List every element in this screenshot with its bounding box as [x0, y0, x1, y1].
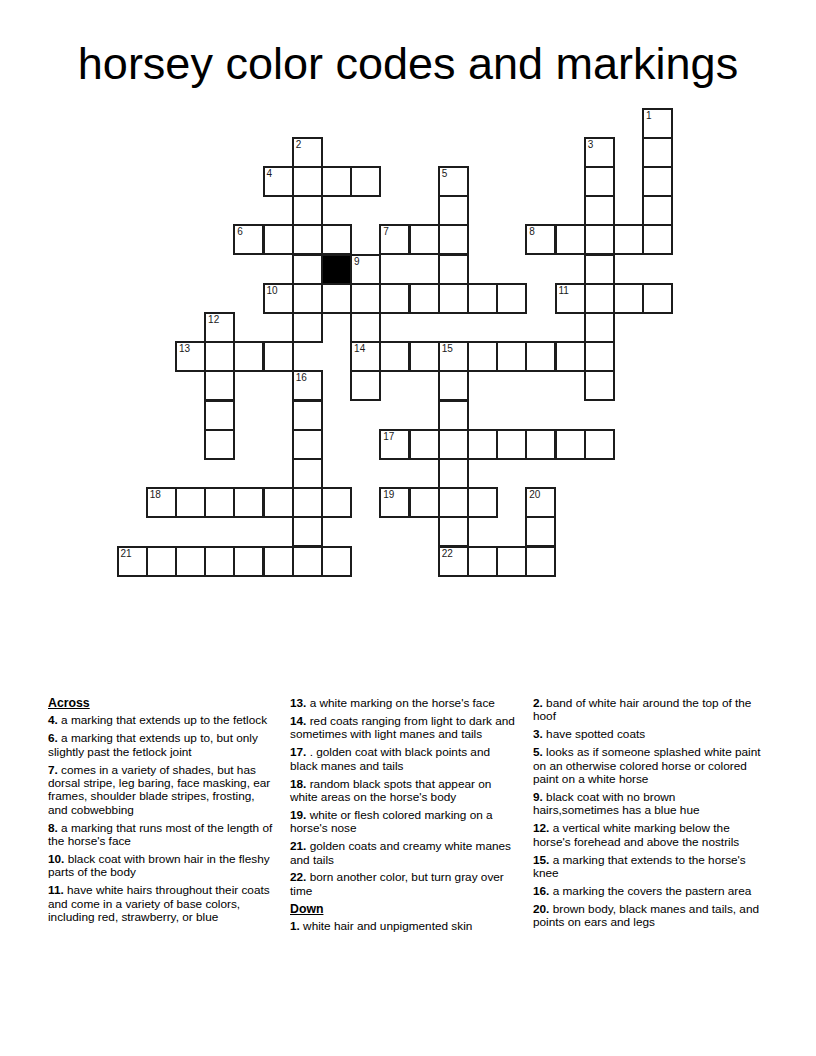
grid-cell-r5c16[interactable] [584, 254, 615, 285]
grid-cell-r15c0[interactable]: 21 [117, 546, 148, 577]
grid-cell-r4c15[interactable] [555, 224, 586, 255]
grid-cell-r6c15[interactable]: 11 [555, 283, 586, 314]
grid-cell-r1c6[interactable]: 2 [292, 137, 323, 168]
across-clue-21: 21. golden coats and creamy white manes … [290, 840, 518, 867]
grid-cell-r4c9[interactable]: 7 [379, 224, 410, 255]
grid-cell-r15c4[interactable] [233, 546, 264, 577]
clue-number-2: 2 [296, 139, 302, 150]
clue-number-6: 6 [237, 226, 243, 237]
grid-cell-r3c18[interactable] [642, 195, 673, 226]
clue-number-15: 15 [442, 343, 453, 354]
grid-cell-r15c6[interactable] [292, 546, 323, 577]
grid-cell-r4c11[interactable] [438, 224, 469, 255]
clue-number-9: 9 [354, 256, 360, 267]
grid-cell-r13c10[interactable] [409, 487, 440, 518]
grid-cell-r8c15[interactable] [555, 341, 586, 372]
grid-cell-r13c5[interactable] [263, 487, 294, 518]
grid-cell-r8c12[interactable] [467, 341, 498, 372]
clue-number-7: 7 [383, 226, 389, 237]
grid-cell-r6c16[interactable] [584, 283, 615, 314]
grid-cell-r15c5[interactable] [263, 546, 294, 577]
grid-cell-r13c2[interactable] [175, 487, 206, 518]
grid-cell-r4c5[interactable] [263, 224, 294, 255]
grid-cell-r7c3[interactable]: 12 [204, 312, 235, 343]
grid-cell-r3c16[interactable] [584, 195, 615, 226]
grid-cell-r15c7[interactable] [321, 546, 352, 577]
grid-cell-r13c11[interactable] [438, 487, 469, 518]
grid-cell-r6c17[interactable] [613, 283, 644, 314]
grid-cell-r11c11[interactable] [438, 429, 469, 460]
across-clue-10: 10. black coat with brown hair in the fl… [48, 853, 276, 880]
grid-cell-r13c6[interactable] [292, 487, 323, 518]
clue-number-14: 14 [354, 343, 365, 354]
grid-cell-r13c7[interactable] [321, 487, 352, 518]
grid-cell-r4c4[interactable]: 6 [233, 224, 264, 255]
across-clue-19: 19. white or flesh colored marking on a … [290, 809, 518, 836]
grid-cell-r0c18[interactable]: 1 [642, 108, 673, 139]
grid-cell-r11c14[interactable] [525, 429, 556, 460]
grid-cell-r11c6[interactable] [292, 429, 323, 460]
clue-number-1: 1 [646, 110, 652, 121]
grid-cell-r8c10[interactable] [409, 341, 440, 372]
grid-cell-r2c8[interactable] [350, 166, 381, 197]
grid-cell-r9c16[interactable] [584, 370, 615, 401]
grid-cell-r9c6[interactable]: 16 [292, 370, 323, 401]
grid-cell-r6c13[interactable] [496, 283, 527, 314]
grid-cell-r15c13[interactable] [496, 546, 527, 577]
grid-cell-r8c14[interactable] [525, 341, 556, 372]
grid-cell-r4c7[interactable] [321, 224, 352, 255]
clue-number-8: 8 [529, 226, 535, 237]
grid-cell-r15c14[interactable] [525, 546, 556, 577]
across-clue-11: 11. have white hairs throughout their co… [48, 884, 276, 924]
grid-cell-r8c8[interactable]: 14 [350, 341, 381, 372]
grid-cell-r4c14[interactable]: 8 [525, 224, 556, 255]
clue-number-19: 19 [383, 489, 394, 500]
grid-cell-r2c7[interactable] [321, 166, 352, 197]
across-header: Across [48, 697, 276, 710]
grid-cell-r11c16[interactable] [584, 429, 615, 460]
across-clue-6: 6. a marking that extends up to, but onl… [48, 732, 276, 759]
grid-cell-r10c6[interactable] [292, 400, 323, 431]
down-clue-3: 3. have spotted coats [533, 728, 761, 741]
across-clue-18: 18. random black spots that appear on wh… [290, 778, 518, 805]
grid-cell-r8c11[interactable]: 15 [438, 341, 469, 372]
across-clue-17: 17. . golden coat with black points and … [290, 746, 518, 773]
grid-cell-r15c2[interactable] [175, 546, 206, 577]
across-clue-22: 22. born another color, but turn gray ov… [290, 871, 518, 898]
across-clue-7: 7. comes in a variety of shades, but has… [48, 764, 276, 818]
clue-number-4: 4 [267, 168, 273, 179]
grid-cell-r12c6[interactable] [292, 458, 323, 489]
down-clue-15: 15. a marking that extends to the horse'… [533, 854, 761, 881]
crossword-grid: 12345678910111213141516171819202122 [0, 0, 816, 660]
grid-cell-r11c15[interactable] [555, 429, 586, 460]
down-clue-12: 12. a vertical white marking below the h… [533, 822, 761, 849]
grid-cell-r5c8[interactable]: 9 [350, 254, 381, 285]
down-clue-5: 5. looks as if someone splashed white pa… [533, 746, 761, 786]
down-clue-20: 20. brown body, black manes and tails, a… [533, 903, 761, 930]
clue-number-3: 3 [588, 139, 594, 150]
grid-cell-r14c14[interactable] [525, 516, 556, 547]
clue-column-3: 2. band of white hair around the top of … [533, 697, 761, 934]
grid-cell-r9c8[interactable] [350, 370, 381, 401]
grid-cell-r2c6[interactable] [292, 166, 323, 197]
grid-cell-r13c4[interactable] [233, 487, 264, 518]
grid-cell-r7c6[interactable] [292, 312, 323, 343]
clue-number-21: 21 [121, 548, 132, 559]
grid-cell-r11c13[interactable] [496, 429, 527, 460]
grid-cell-r3c6[interactable] [292, 195, 323, 226]
grid-cell-r10c3[interactable] [204, 400, 235, 431]
grid-cell-r8c13[interactable] [496, 341, 527, 372]
grid-cell-r6c18[interactable] [642, 283, 673, 314]
grid-cell-r5c11[interactable] [438, 254, 469, 285]
clue-number-17: 17 [383, 431, 394, 442]
grid-cell-r5c6[interactable] [292, 254, 323, 285]
grid-cell-r8c9[interactable] [379, 341, 410, 372]
grid-cell-r8c5[interactable] [263, 341, 294, 372]
grid-cell-r11c3[interactable] [204, 429, 235, 460]
grid-cell-r9c3[interactable] [204, 370, 235, 401]
grid-cell-r13c9[interactable]: 19 [379, 487, 410, 518]
clue-number-16: 16 [296, 372, 307, 383]
grid-cell-r11c12[interactable] [467, 429, 498, 460]
grid-cell-r13c12[interactable] [467, 487, 498, 518]
grid-cell-r15c3[interactable] [204, 546, 235, 577]
grid-cell-r4c6[interactable] [292, 224, 323, 255]
across-clue-8: 8. a marking that runs most of the lengt… [48, 822, 276, 849]
grid-cell-r6c9[interactable] [379, 283, 410, 314]
down-clue-16: 16. a marking the covers the pastern are… [533, 885, 761, 898]
across-clue-4: 4. a marking that extends up to the fetl… [48, 714, 276, 727]
grid-cell-r6c7[interactable] [321, 283, 352, 314]
down-clue-1: 1. white hair and unpigmented skin [290, 920, 518, 933]
down-clue-2: 2. band of white hair around the top of … [533, 697, 761, 724]
grid-cell-r9c11[interactable] [438, 370, 469, 401]
grid-cell-r2c18[interactable] [642, 166, 673, 197]
grid-cell-r13c1[interactable]: 18 [146, 487, 177, 518]
grid-cell-r13c14[interactable]: 20 [525, 487, 556, 518]
grid-cell-r14c11[interactable] [438, 516, 469, 547]
grid-cell-r4c18[interactable] [642, 224, 673, 255]
grid-cell-r6c12[interactable] [467, 283, 498, 314]
grid-cell-r6c10[interactable] [409, 283, 440, 314]
clue-number-12: 12 [208, 314, 219, 325]
grid-cell-r4c16[interactable] [584, 224, 615, 255]
grid-cell-r4c17[interactable] [613, 224, 644, 255]
across-clue-13: 13. a white marking on the horse's face [290, 697, 518, 710]
clue-number-11: 11 [559, 285, 569, 296]
grid-cell-r6c8[interactable] [350, 283, 381, 314]
grid-cell-r2c11[interactable]: 5 [438, 166, 469, 197]
down-clue-9: 9. black coat with no brown hairs,someti… [533, 791, 761, 818]
grid-cell-r6c6[interactable] [292, 283, 323, 314]
clue-number-22: 22 [442, 548, 453, 559]
grid-cell-r11c10[interactable] [409, 429, 440, 460]
clue-number-13: 13 [179, 343, 190, 354]
grid-cell-r7c8[interactable] [350, 312, 381, 343]
grid-cell-r11c9[interactable]: 17 [379, 429, 410, 460]
grid-cell-r6c5[interactable]: 10 [263, 283, 294, 314]
clue-number-5: 5 [442, 168, 448, 179]
grid-cell-r8c2[interactable]: 13 [175, 341, 206, 372]
grid-cell-r10c11[interactable] [438, 400, 469, 431]
across-clue-14: 14. red coats ranging from light to dark… [290, 715, 518, 742]
grid-cell-r8c16[interactable] [584, 341, 615, 372]
clue-column-2: 13. a white marking on the horse's face1… [290, 697, 518, 938]
grid-cell-r13c3[interactable] [204, 487, 235, 518]
grid-cell-r15c11[interactable]: 22 [438, 546, 469, 577]
grid-cell-r2c16[interactable] [584, 166, 615, 197]
clue-number-18: 18 [150, 489, 161, 500]
grid-cell-r8c3[interactable] [204, 341, 235, 372]
grid-cell-r14c6[interactable] [292, 516, 323, 547]
grid-cell-r1c16[interactable]: 3 [584, 137, 615, 168]
grid-cell-r15c12[interactable] [467, 546, 498, 577]
grid-cell-r2c5[interactable]: 4 [263, 166, 294, 197]
grid-cell-r7c16[interactable] [584, 312, 615, 343]
clue-column-1: Across4. a marking that extends up to th… [48, 697, 276, 929]
down-header: Down [290, 903, 518, 916]
grid-cell-r15c1[interactable] [146, 546, 177, 577]
clue-number-10: 10 [267, 285, 278, 296]
grid-cell-r12c11[interactable] [438, 458, 469, 489]
grid-cell-r4c10[interactable] [409, 224, 440, 255]
clue-number-20: 20 [529, 489, 540, 500]
grid-cell-r3c11[interactable] [438, 195, 469, 226]
black-cell [321, 254, 352, 285]
grid-cell-r6c11[interactable] [438, 283, 469, 314]
grid-cell-r1c18[interactable] [642, 137, 673, 168]
grid-cell-r8c4[interactable] [233, 341, 264, 372]
